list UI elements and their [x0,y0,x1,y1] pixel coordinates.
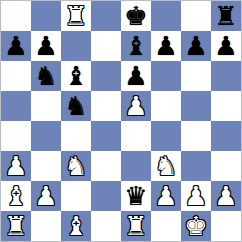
square-f5[interactable] [151,91,181,121]
square-b1[interactable] [31,211,61,241]
square-f4[interactable] [151,121,181,151]
square-b7[interactable]: ♟ [31,31,61,61]
square-d5[interactable] [91,91,121,121]
square-e8[interactable]: ♚ [121,1,151,31]
square-c2[interactable] [61,181,91,211]
piece-white-rook[interactable]: ♜ [124,211,147,241]
square-d1[interactable] [91,211,121,241]
piece-white-pawn[interactable]: ♟ [124,91,147,121]
piece-black-bishop[interactable]: ♝ [124,31,147,61]
piece-white-rook[interactable]: ♜ [64,1,87,31]
square-f6[interactable] [151,61,181,91]
square-b8[interactable] [31,1,61,31]
piece-black-pawn[interactable]: ♟ [34,31,57,61]
square-e6[interactable]: ♟ [121,61,151,91]
square-c8[interactable]: ♜ [61,1,91,31]
square-a8[interactable] [1,1,31,31]
square-c1[interactable]: ♝ [61,211,91,241]
square-d8[interactable] [91,1,121,31]
square-d4[interactable] [91,121,121,151]
square-e7[interactable]: ♝ [121,31,151,61]
square-a7[interactable]: ♟ [1,31,31,61]
piece-white-knight[interactable]: ♞ [64,151,87,181]
square-f3[interactable]: ♞ [151,151,181,181]
square-g4[interactable] [181,121,211,151]
piece-white-pawn[interactable]: ♟ [4,151,27,181]
square-g8[interactable] [181,1,211,31]
square-c3[interactable]: ♞ [61,151,91,181]
square-h3[interactable] [211,151,241,181]
square-h7[interactable]: ♟ [211,31,241,61]
square-g3[interactable] [181,151,211,181]
square-c5[interactable]: ♞ [61,91,91,121]
square-a6[interactable] [1,61,31,91]
square-e3[interactable] [121,151,151,181]
square-f1[interactable] [151,211,181,241]
square-e1[interactable]: ♜ [121,211,151,241]
square-e4[interactable] [121,121,151,151]
piece-black-pawn[interactable]: ♟ [184,31,207,61]
square-g2[interactable]: ♟ [181,181,211,211]
square-b3[interactable] [31,151,61,181]
square-d3[interactable] [91,151,121,181]
square-h2[interactable]: ♟ [211,181,241,211]
piece-white-pawn[interactable]: ♟ [184,181,207,211]
square-a1[interactable]: ♜ [1,211,31,241]
square-g1[interactable]: ♚ [181,211,211,241]
square-h6[interactable] [211,61,241,91]
piece-black-pawn[interactable]: ♟ [214,31,237,61]
square-c4[interactable] [61,121,91,151]
square-b6[interactable]: ♞ [31,61,61,91]
chess-board-frame: ♜♚♜♟♟♝♟♟♟♞♝♟♞♟♟♞♞♝♟♛♟♟♟♜♝♜♚ [0,0,242,242]
piece-black-pawn[interactable]: ♟ [4,31,27,61]
chess-board: ♜♚♜♟♟♝♟♟♟♞♝♟♞♟♟♞♞♝♟♛♟♟♟♜♝♜♚ [1,1,241,241]
square-g7[interactable]: ♟ [181,31,211,61]
piece-white-pawn[interactable]: ♟ [34,181,57,211]
piece-black-knight[interactable]: ♞ [64,91,87,121]
square-a5[interactable] [1,91,31,121]
piece-black-rook[interactable]: ♜ [214,1,237,31]
square-g6[interactable] [181,61,211,91]
square-f8[interactable] [151,1,181,31]
square-a3[interactable]: ♟ [1,151,31,181]
piece-white-bishop[interactable]: ♝ [64,211,87,241]
square-g5[interactable] [181,91,211,121]
square-c7[interactable] [61,31,91,61]
piece-white-pawn[interactable]: ♟ [214,181,237,211]
square-b2[interactable]: ♟ [31,181,61,211]
square-h5[interactable] [211,91,241,121]
square-e5[interactable]: ♟ [121,91,151,121]
piece-white-knight[interactable]: ♞ [154,151,177,181]
square-e2[interactable]: ♛ [121,181,151,211]
square-a4[interactable] [1,121,31,151]
piece-black-queen[interactable]: ♛ [124,181,147,211]
piece-white-king[interactable]: ♚ [184,211,207,241]
piece-black-bishop[interactable]: ♝ [64,61,87,91]
square-b5[interactable] [31,91,61,121]
square-f7[interactable]: ♟ [151,31,181,61]
piece-white-rook[interactable]: ♜ [4,211,27,241]
piece-white-pawn[interactable]: ♟ [154,181,177,211]
piece-black-knight[interactable]: ♞ [34,61,57,91]
piece-black-pawn[interactable]: ♟ [124,61,147,91]
square-h4[interactable] [211,121,241,151]
square-f2[interactable]: ♟ [151,181,181,211]
square-d6[interactable] [91,61,121,91]
piece-black-king[interactable]: ♚ [124,1,147,31]
square-h8[interactable]: ♜ [211,1,241,31]
square-a2[interactable]: ♝ [1,181,31,211]
square-d7[interactable] [91,31,121,61]
piece-white-bishop[interactable]: ♝ [4,181,27,211]
square-b4[interactable] [31,121,61,151]
square-c6[interactable]: ♝ [61,61,91,91]
piece-black-pawn[interactable]: ♟ [154,31,177,61]
square-h1[interactable] [211,211,241,241]
square-d2[interactable] [91,181,121,211]
